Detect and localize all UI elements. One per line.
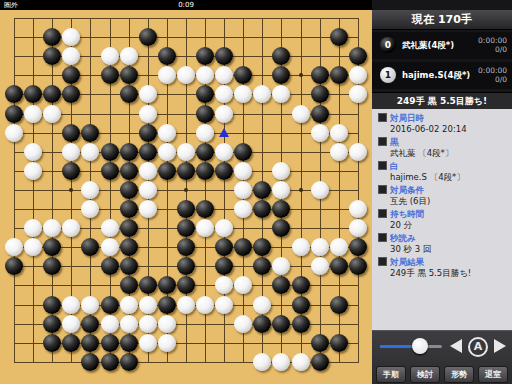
black-stone (177, 238, 195, 256)
black-stone (62, 124, 80, 142)
black-stone (234, 238, 252, 256)
star-point (299, 73, 303, 77)
detail-label: 白 (378, 160, 512, 172)
black-stone (311, 66, 329, 84)
white-stone (62, 28, 80, 46)
black-stone (215, 47, 233, 65)
panel-button-2[interactable]: 検討 (410, 366, 440, 383)
previous-move-button[interactable] (450, 339, 462, 353)
white-stone (120, 315, 138, 333)
black-stone (120, 162, 138, 180)
white-stone (101, 315, 119, 333)
white-stone (62, 47, 80, 65)
white-stone (177, 66, 195, 84)
white-stone (177, 143, 195, 161)
bullet-icon (378, 161, 387, 170)
black-stone (177, 200, 195, 218)
black-player-name: 武礼葉(4段*) (402, 40, 474, 52)
white-stone (215, 296, 233, 314)
black-stone (253, 238, 271, 256)
white-stone (139, 296, 157, 314)
white-stone (196, 124, 214, 142)
black-stone (311, 105, 329, 123)
black-stone (43, 47, 61, 65)
current-move-header: 現在 170手 (372, 10, 512, 30)
white-stone (349, 219, 367, 237)
black-stone (120, 143, 138, 161)
white-player-name: hajime.S(4段*) (402, 70, 474, 82)
black-player-clock: 0:00:000/0 (478, 36, 507, 54)
white-stone (349, 143, 367, 161)
white-stone (215, 143, 233, 161)
detail-value: hajime.S 〔4段*〕 (390, 172, 512, 183)
black-stone (120, 200, 138, 218)
black-stone (120, 334, 138, 352)
black-stone (215, 162, 233, 180)
star-point (69, 188, 73, 192)
black-stone (349, 257, 367, 275)
bullet-icon (378, 185, 387, 194)
detail-value: 249手 黒 5.5目勝ち! (390, 268, 512, 279)
white-stone (158, 143, 176, 161)
black-stone (43, 334, 61, 352)
white-stone (215, 219, 233, 237)
white-stone (234, 162, 252, 180)
black-stone (234, 143, 252, 161)
detail-label: 秒読み (378, 232, 512, 244)
white-stone (62, 219, 80, 237)
black-stone (81, 124, 99, 142)
black-stone (253, 181, 271, 199)
move-slider[interactable] (380, 345, 442, 348)
black-stone (43, 257, 61, 275)
white-stone (62, 296, 80, 314)
detail-item: 対局条件互先 (6目) (378, 184, 512, 207)
detail-value: 互先 (6目) (390, 196, 512, 207)
black-stone (62, 162, 80, 180)
detail-label: 対局日時 (378, 112, 512, 124)
black-stone (177, 276, 195, 294)
white-stone (158, 315, 176, 333)
black-stone (177, 162, 195, 180)
white-stone (272, 353, 290, 371)
black-stone (5, 105, 23, 123)
detail-label: 対局条件 (378, 184, 512, 196)
black-stone (330, 257, 348, 275)
white-stone (292, 105, 310, 123)
bullet-icon (378, 113, 387, 122)
white-stone (311, 181, 329, 199)
detail-value: 2016-06-02 20:14 (390, 124, 512, 135)
black-stone (158, 276, 176, 294)
black-stone (272, 315, 290, 333)
white-stone (215, 85, 233, 103)
black-stone (81, 238, 99, 256)
black-stone (330, 28, 348, 46)
white-stone (311, 257, 329, 275)
black-stone (330, 66, 348, 84)
black-stone (311, 353, 329, 371)
white-stone (43, 219, 61, 237)
black-stone (292, 276, 310, 294)
black-stone (62, 334, 80, 352)
detail-value: 20 分 (390, 220, 512, 231)
black-stone (330, 296, 348, 314)
white-stone (43, 105, 61, 123)
bullet-icon (378, 233, 387, 242)
black-stone (196, 105, 214, 123)
star-point (184, 188, 188, 192)
black-stone (43, 238, 61, 256)
white-stone (139, 162, 157, 180)
black-stone (177, 257, 195, 275)
side-panel: 現在 170手 0 武礼葉(4段*) 0:00:000/0 1 hajime.S… (372, 0, 512, 384)
white-stone (81, 143, 99, 161)
detail-value: 30 秒 3 回 (390, 244, 512, 255)
white-stone (101, 238, 119, 256)
white-stone (234, 85, 252, 103)
black-stone (101, 296, 119, 314)
white-stone (234, 181, 252, 199)
detail-item: 対局結果249手 黒 5.5目勝ち! (378, 256, 512, 279)
black-stone (81, 315, 99, 333)
black-stone (43, 296, 61, 314)
player-row-black: 0 武礼葉(4段*) 0:00:000/0 (372, 32, 512, 59)
detail-item: 秒読み30 秒 3 回 (378, 232, 512, 255)
black-stone (62, 66, 80, 84)
black-stone (81, 334, 99, 352)
detail-item: 対局日時2016-06-02 20:14 (378, 112, 512, 135)
white-stone (234, 276, 252, 294)
white-stone (234, 200, 252, 218)
black-stone (43, 315, 61, 333)
white-stone (196, 296, 214, 314)
black-stone (120, 219, 138, 237)
white-stone (139, 200, 157, 218)
white-stone (5, 124, 23, 142)
black-stone (101, 162, 119, 180)
white-stone (81, 200, 99, 218)
white-stone (215, 276, 233, 294)
black-stone (272, 47, 290, 65)
detail-item: 黒武礼葉 〔4段*〕 (378, 136, 512, 159)
player-row-white: 1 hajime.S(4段*) 0:00:000/0 (372, 62, 512, 89)
game-details-list: 対局日時2016-06-02 20:14黒武礼葉 〔4段*〕白hajime.S … (372, 109, 512, 330)
star-point (299, 188, 303, 192)
black-stone (215, 257, 233, 275)
white-player-clock: 0:00:000/0 (478, 66, 507, 84)
black-stone (272, 66, 290, 84)
black-stone (158, 162, 176, 180)
black-stone (196, 47, 214, 65)
go-board[interactable] (0, 10, 372, 384)
white-stone (24, 219, 42, 237)
black-stone-icon: 0 (380, 37, 396, 53)
detail-item: 白hajime.S 〔4段*〕 (378, 160, 512, 183)
white-stone (292, 238, 310, 256)
white-stone (330, 238, 348, 256)
black-stone (101, 334, 119, 352)
black-stone (24, 85, 42, 103)
black-stone (311, 85, 329, 103)
bullet-icon (378, 137, 387, 146)
black-stone (292, 296, 310, 314)
white-stone (215, 105, 233, 123)
white-stone (177, 296, 195, 314)
black-stone (120, 181, 138, 199)
black-stone (139, 28, 157, 46)
status-clock: 0:09 (0, 0, 372, 10)
detail-label: 黒 (378, 136, 512, 148)
black-stone (62, 85, 80, 103)
detail-label: 対局結果 (378, 256, 512, 268)
black-stone (101, 143, 119, 161)
white-stone (272, 85, 290, 103)
white-stone (253, 353, 271, 371)
black-stone (272, 200, 290, 218)
black-stone (177, 219, 195, 237)
white-stone (196, 66, 214, 84)
last-move-marker-icon (219, 128, 229, 137)
white-stone (81, 296, 99, 314)
black-stone (120, 85, 138, 103)
detail-item: 持ち時間20 分 (378, 208, 512, 231)
black-stone (253, 257, 271, 275)
white-stone (24, 143, 42, 161)
move-slider-knob[interactable] (412, 338, 428, 354)
white-stone (349, 66, 367, 84)
white-stone (139, 315, 157, 333)
white-stone (81, 181, 99, 199)
autoplay-button[interactable]: A (468, 337, 488, 357)
detail-label: 持ち時間 (378, 208, 512, 220)
white-stone (234, 315, 252, 333)
white-stone (311, 238, 329, 256)
white-stone (101, 219, 119, 237)
panel-button-4[interactable]: 退室 (478, 366, 508, 383)
black-stone (158, 47, 176, 65)
black-stone (292, 315, 310, 333)
black-stone (43, 28, 61, 46)
white-stone (215, 66, 233, 84)
black-stone (120, 276, 138, 294)
black-stone (215, 238, 233, 256)
white-stone (139, 334, 157, 352)
black-stone (139, 276, 157, 294)
white-stone (101, 47, 119, 65)
white-stone (158, 66, 176, 84)
white-stone (272, 162, 290, 180)
white-stone (253, 296, 271, 314)
white-stone (24, 162, 42, 180)
black-stone (101, 257, 119, 275)
next-move-button[interactable] (494, 339, 506, 353)
black-stone (101, 353, 119, 371)
white-stone (139, 85, 157, 103)
white-stone (330, 143, 348, 161)
white-stone (24, 105, 42, 123)
bullet-icon (378, 209, 387, 218)
black-stone (158, 296, 176, 314)
black-stone (139, 143, 157, 161)
white-stone (311, 124, 329, 142)
white-stone (292, 353, 310, 371)
black-stone (5, 85, 23, 103)
white-stone (139, 181, 157, 199)
white-stone (253, 85, 271, 103)
black-stone (43, 85, 61, 103)
white-stone (330, 124, 348, 142)
black-stone (272, 276, 290, 294)
black-stone (120, 257, 138, 275)
white-stone-icon: 1 (380, 67, 396, 83)
result-banner: 249手 黒 5.5目勝ち! (372, 92, 512, 110)
black-stone (5, 257, 23, 275)
black-stone (196, 200, 214, 218)
app-screen: 圏外 0:09 40% 現在 170手 0 武礼葉(4段*) 0:00:000/… (0, 0, 512, 384)
white-stone (139, 105, 157, 123)
black-stone (139, 124, 157, 142)
black-stone (253, 200, 271, 218)
black-stone (234, 66, 252, 84)
white-stone (158, 334, 176, 352)
panel-button-1[interactable]: 手順 (376, 366, 406, 383)
black-stone (196, 85, 214, 103)
black-stone (120, 238, 138, 256)
black-stone (196, 143, 214, 161)
black-stone (349, 238, 367, 256)
black-stone (330, 334, 348, 352)
white-stone (196, 219, 214, 237)
white-stone (349, 200, 367, 218)
white-stone (5, 238, 23, 256)
white-stone (62, 315, 80, 333)
white-stone (349, 85, 367, 103)
black-stone (253, 315, 271, 333)
black-stone (311, 334, 329, 352)
black-stone (120, 353, 138, 371)
bullet-icon (378, 257, 387, 266)
playback-controls: A 手順検討形勢退室 (372, 330, 512, 384)
black-stone (272, 219, 290, 237)
white-stone (272, 181, 290, 199)
black-stone (101, 66, 119, 84)
black-stone (81, 353, 99, 371)
white-stone (24, 238, 42, 256)
white-stone (272, 257, 290, 275)
white-stone (120, 47, 138, 65)
detail-value: 武礼葉 〔4段*〕 (390, 148, 512, 159)
black-stone (196, 162, 214, 180)
panel-button-row: 手順検討形勢退室 (372, 363, 512, 384)
white-stone (120, 296, 138, 314)
black-stone (349, 47, 367, 65)
white-stone (158, 124, 176, 142)
white-stone (62, 143, 80, 161)
panel-button-3[interactable]: 形勢 (444, 366, 474, 383)
black-stone (120, 66, 138, 84)
